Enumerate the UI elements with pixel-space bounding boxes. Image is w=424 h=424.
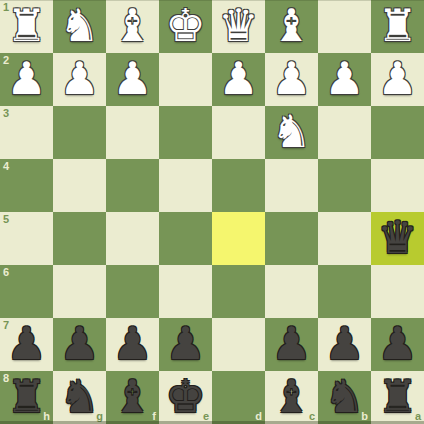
square-a5[interactable]: ♛	[371, 212, 424, 265]
square-f1[interactable]: ♝	[106, 0, 159, 53]
white-pawn[interactable]: ♟	[324, 52, 364, 105]
rank-label-4: 4	[3, 161, 9, 172]
square-c4[interactable]	[265, 159, 318, 212]
square-f4[interactable]	[106, 159, 159, 212]
square-e7[interactable]: ♟	[159, 318, 212, 371]
square-a8[interactable]: a♜	[371, 371, 424, 424]
square-a2[interactable]: ♟	[371, 53, 424, 106]
white-pawn[interactable]: ♟	[218, 52, 258, 105]
square-e3[interactable]	[159, 106, 212, 159]
square-h1[interactable]: 1♜	[0, 0, 53, 53]
white-king[interactable]: ♚	[165, 0, 205, 52]
black-rook[interactable]: ♜	[6, 370, 46, 423]
square-e4[interactable]	[159, 159, 212, 212]
square-c7[interactable]: ♟	[265, 318, 318, 371]
black-bishop[interactable]: ♝	[112, 370, 152, 423]
black-pawn[interactable]: ♟	[324, 317, 364, 370]
rank-label-6: 6	[3, 267, 9, 278]
square-d6[interactable]	[212, 265, 265, 318]
square-e5[interactable]	[159, 212, 212, 265]
square-e6[interactable]	[159, 265, 212, 318]
black-king[interactable]: ♚	[165, 370, 205, 423]
black-pawn[interactable]: ♟	[377, 317, 417, 370]
square-b6[interactable]	[318, 265, 371, 318]
square-f7[interactable]: ♟	[106, 318, 159, 371]
square-a6[interactable]	[371, 265, 424, 318]
square-d7[interactable]	[212, 318, 265, 371]
square-g3[interactable]	[53, 106, 106, 159]
square-h6[interactable]: 6	[0, 265, 53, 318]
white-pawn[interactable]: ♟	[271, 52, 311, 105]
white-rook[interactable]: ♜	[377, 0, 417, 52]
square-b8[interactable]: b♞	[318, 371, 371, 424]
square-a4[interactable]	[371, 159, 424, 212]
square-d8[interactable]: d	[212, 371, 265, 424]
rank-label-5: 5	[3, 214, 9, 225]
square-a7[interactable]: ♟	[371, 318, 424, 371]
square-f5[interactable]	[106, 212, 159, 265]
square-g6[interactable]	[53, 265, 106, 318]
square-g4[interactable]	[53, 159, 106, 212]
square-g1[interactable]: ♞	[53, 0, 106, 53]
file-label-d: d	[255, 411, 262, 422]
square-h7[interactable]: 7♟	[0, 318, 53, 371]
white-bishop[interactable]: ♝	[112, 0, 152, 52]
square-b4[interactable]	[318, 159, 371, 212]
square-f6[interactable]	[106, 265, 159, 318]
rank-label-3: 3	[3, 108, 9, 119]
black-queen[interactable]: ♛	[377, 211, 417, 264]
square-d1[interactable]: ♛	[212, 0, 265, 53]
square-c6[interactable]	[265, 265, 318, 318]
black-bishop[interactable]: ♝	[271, 370, 311, 423]
square-g5[interactable]	[53, 212, 106, 265]
black-knight[interactable]: ♞	[324, 370, 364, 423]
white-pawn[interactable]: ♟	[377, 52, 417, 105]
white-bishop[interactable]: ♝	[271, 0, 311, 52]
square-h3[interactable]: 3	[0, 106, 53, 159]
square-g7[interactable]: ♟	[53, 318, 106, 371]
square-h5[interactable]: 5	[0, 212, 53, 265]
file-label-f: f	[152, 411, 156, 422]
white-knight[interactable]: ♞	[59, 0, 99, 52]
square-c8[interactable]: c♝	[265, 371, 318, 424]
square-h2[interactable]: 2♟	[0, 53, 53, 106]
white-rook[interactable]: ♜	[6, 0, 46, 52]
square-b3[interactable]	[318, 106, 371, 159]
square-a3[interactable]	[371, 106, 424, 159]
square-c3[interactable]: ♞	[265, 106, 318, 159]
square-b1[interactable]	[318, 0, 371, 53]
square-c5[interactable]	[265, 212, 318, 265]
square-d2[interactable]: ♟	[212, 53, 265, 106]
square-g8[interactable]: g♞	[53, 371, 106, 424]
square-f2[interactable]: ♟	[106, 53, 159, 106]
square-e1[interactable]: ♚	[159, 0, 212, 53]
square-e8[interactable]: e♚	[159, 371, 212, 424]
square-e2[interactable]	[159, 53, 212, 106]
square-d4[interactable]	[212, 159, 265, 212]
white-pawn[interactable]: ♟	[6, 52, 46, 105]
chess-board-container: 1♜♞♝♚♛♝♜2♟♟♟♟♟♟♟3♞45♛67♟♟♟♟♟♟♟8h♜g♞f♝e♚d…	[0, 0, 424, 424]
square-f3[interactable]	[106, 106, 159, 159]
square-d3[interactable]	[212, 106, 265, 159]
white-knight[interactable]: ♞	[271, 105, 311, 158]
square-c2[interactable]: ♟	[265, 53, 318, 106]
black-pawn[interactable]: ♟	[271, 317, 311, 370]
chess-board[interactable]: 1♜♞♝♚♛♝♜2♟♟♟♟♟♟♟3♞45♛67♟♟♟♟♟♟♟8h♜g♞f♝e♚d…	[0, 0, 424, 424]
black-knight[interactable]: ♞	[59, 370, 99, 423]
white-queen[interactable]: ♛	[218, 0, 258, 52]
black-rook[interactable]: ♜	[377, 370, 417, 423]
square-h4[interactable]: 4	[0, 159, 53, 212]
white-pawn[interactable]: ♟	[59, 52, 99, 105]
square-b5[interactable]	[318, 212, 371, 265]
square-f8[interactable]: f♝	[106, 371, 159, 424]
square-d5[interactable]	[212, 212, 265, 265]
square-b2[interactable]: ♟	[318, 53, 371, 106]
square-g2[interactable]: ♟	[53, 53, 106, 106]
black-pawn[interactable]: ♟	[6, 317, 46, 370]
black-pawn[interactable]: ♟	[165, 317, 205, 370]
square-a1[interactable]: ♜	[371, 0, 424, 53]
black-pawn[interactable]: ♟	[59, 317, 99, 370]
square-h8[interactable]: 8h♜	[0, 371, 53, 424]
white-pawn[interactable]: ♟	[112, 52, 152, 105]
black-pawn[interactable]: ♟	[112, 317, 152, 370]
square-c1[interactable]: ♝	[265, 0, 318, 53]
square-b7[interactable]: ♟	[318, 318, 371, 371]
